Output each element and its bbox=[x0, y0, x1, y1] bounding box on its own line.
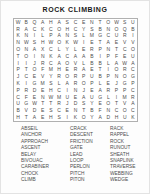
letter-cell: H bbox=[112, 114, 120, 121]
letter-cell: C bbox=[47, 46, 55, 53]
letter-cell: N bbox=[71, 87, 79, 94]
letter-cell: O bbox=[80, 80, 88, 87]
letter-cell: R bbox=[88, 46, 96, 53]
letter-cell: T bbox=[14, 53, 22, 60]
puzzle-page: ROCK CLIMBING WBQAHASCENTOWSURACKCOHCYSB… bbox=[0, 0, 150, 194]
word-list-column-2: CRACKDESCENTFRICTIONGATELEADLOOPPERLONPI… bbox=[70, 126, 93, 184]
letter-cell: K bbox=[47, 53, 55, 60]
letter-cell: L bbox=[96, 80, 104, 87]
letter-cell: S bbox=[121, 19, 129, 26]
letter-cell: C bbox=[129, 87, 137, 94]
letter-cell: C bbox=[71, 19, 79, 26]
letter-cell: B bbox=[22, 19, 30, 26]
letter-cell: L bbox=[71, 46, 79, 53]
letter-cell: A bbox=[96, 114, 104, 121]
letter-cell: E bbox=[88, 87, 96, 94]
letter-cell: Y bbox=[63, 46, 71, 53]
letter-cell: O bbox=[129, 46, 137, 53]
letter-cell: T bbox=[96, 19, 104, 26]
letter-cell: E bbox=[39, 114, 47, 121]
letter-cell: U bbox=[121, 114, 129, 121]
letter-cell: E bbox=[80, 19, 88, 26]
letter-cell: S bbox=[55, 114, 63, 121]
word-list-item: PERLON bbox=[70, 164, 93, 170]
letter-cell: L bbox=[55, 46, 63, 53]
letter-cell: A bbox=[55, 53, 63, 60]
letter-cell: W bbox=[14, 19, 22, 26]
letter-cell: A bbox=[80, 53, 88, 60]
letter-cell: W bbox=[112, 19, 120, 26]
letter-cell: E bbox=[121, 53, 129, 60]
letter-cell: A bbox=[39, 19, 47, 26]
letter-cell: O bbox=[22, 53, 30, 60]
letter-cell: T bbox=[22, 114, 30, 121]
letter-cell: R bbox=[71, 80, 79, 87]
letter-cell: P bbox=[104, 53, 112, 60]
letter-cell: C bbox=[121, 46, 129, 53]
letter-cell: S bbox=[63, 19, 71, 26]
letter-cell: E bbox=[39, 87, 47, 94]
letter-cell: G bbox=[121, 80, 129, 87]
word-list-item: PITON bbox=[70, 177, 93, 183]
letter-cell: Y bbox=[88, 114, 96, 121]
word-list-column-1: ABSEILANCHORAPPROACHASCENTBELAYBIVOUACCA… bbox=[21, 126, 49, 184]
letter-cell: P bbox=[88, 80, 96, 87]
letter-cell: M bbox=[39, 80, 47, 87]
word-search-grid: WBQAHASCENTOWSURACKCOHCYSBNOQBKNILPANSLM… bbox=[13, 18, 138, 122]
letter-cell: K bbox=[14, 80, 22, 87]
letter-cell: G bbox=[30, 80, 38, 87]
letter-cell: O bbox=[104, 19, 112, 26]
letter-cell: D bbox=[30, 87, 38, 94]
letter-cell: J bbox=[112, 80, 120, 87]
letter-cell: I bbox=[30, 53, 38, 60]
word-list-column-3: RACKRAPPELROCKRUNOUTSHEATHSNAPLINKTRAVER… bbox=[110, 126, 136, 184]
letter-cell: H bbox=[14, 114, 22, 121]
letter-cell: R bbox=[104, 87, 112, 94]
letter-cell: E bbox=[80, 46, 88, 53]
letter-cell: B bbox=[88, 53, 96, 60]
letter-cell: U bbox=[129, 53, 137, 60]
letter-cell: I bbox=[63, 87, 71, 94]
letter-cell: A bbox=[30, 114, 38, 121]
letter-cell: R bbox=[22, 87, 30, 94]
letter-cell: A bbox=[96, 87, 104, 94]
letter-cell: H bbox=[47, 87, 55, 94]
letter-cell: I bbox=[63, 114, 71, 121]
word-list-item: WEDGE bbox=[110, 177, 136, 183]
letter-cell: J bbox=[80, 87, 88, 94]
letter-cell: N bbox=[22, 46, 30, 53]
letter-cell: I bbox=[96, 53, 104, 60]
letter-cell: N bbox=[88, 19, 96, 26]
letter-cell: E bbox=[104, 80, 112, 87]
letter-cell: T bbox=[112, 46, 120, 53]
letter-cell: C bbox=[63, 53, 71, 60]
word-list-item: DESCENT bbox=[70, 132, 93, 138]
letter-cell: S bbox=[47, 80, 55, 87]
letter-cell: D bbox=[104, 114, 112, 121]
letter-cell: P bbox=[96, 46, 104, 53]
letter-cell: P bbox=[121, 87, 129, 94]
letter-cell: L bbox=[55, 80, 63, 87]
letter-cell: H bbox=[47, 114, 55, 121]
letter-cell: X bbox=[39, 46, 47, 53]
word-list-item: CARABINER bbox=[21, 164, 49, 170]
puzzle-title: ROCK CLIMBING bbox=[1, 6, 149, 13]
letter-cell: P bbox=[14, 87, 22, 94]
letter-cell: A bbox=[30, 46, 38, 53]
word-list-item: CLIMB bbox=[21, 177, 49, 183]
letter-cell: F bbox=[112, 53, 120, 60]
letter-cell: C bbox=[55, 87, 63, 94]
word-list-item: TRAVERSE bbox=[110, 164, 136, 170]
letter-cell: A bbox=[71, 53, 79, 60]
letter-cell: N bbox=[104, 46, 112, 53]
letter-cell: A bbox=[55, 19, 63, 26]
letter-cell: Q bbox=[30, 19, 38, 26]
letter-cell: K bbox=[71, 114, 79, 121]
letter-cell: P bbox=[129, 80, 137, 87]
letter-cell: U bbox=[129, 19, 137, 26]
letter-cell: O bbox=[80, 114, 88, 121]
letter-cell: I bbox=[22, 80, 30, 87]
letter-cell: H bbox=[47, 19, 55, 26]
letter-cell: N bbox=[39, 53, 47, 60]
letter-cell: K bbox=[129, 114, 137, 121]
letter-cell: O bbox=[14, 46, 22, 53]
letter-cell: A bbox=[63, 80, 71, 87]
letter-cell: P bbox=[112, 87, 120, 94]
